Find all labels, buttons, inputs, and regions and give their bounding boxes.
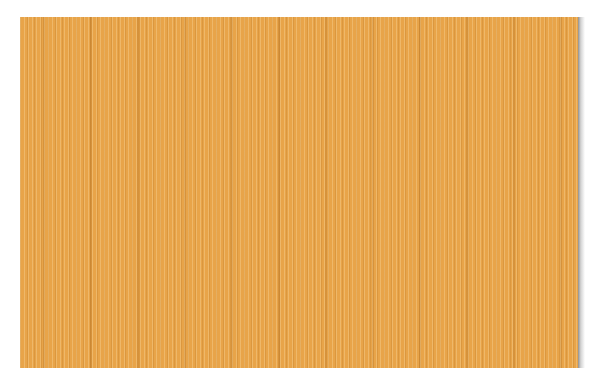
go-board[interactable] (20, 17, 578, 368)
board-edge-shadow (578, 17, 585, 368)
go-diagram (0, 0, 604, 368)
